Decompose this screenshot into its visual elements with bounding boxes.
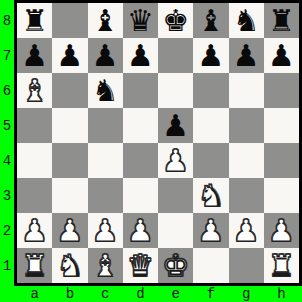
square-e1[interactable]: ♚ (158, 248, 193, 283)
board-frame: ♜♝♛♚♝♞♜♟♟♟♟♟♟♟♝♞♟♟♞♟♟♟♟♟♟♟♜♞♝♛♚♜ (14, 0, 302, 286)
piece-black-pawn-g7: ♟ (233, 41, 260, 71)
piece-white-bishop-c1: ♝ (92, 251, 119, 281)
piece-white-pawn-g2: ♟ (233, 216, 260, 246)
file-label-h: h (264, 286, 299, 302)
square-b4[interactable] (52, 143, 87, 178)
square-d8[interactable]: ♛ (123, 3, 158, 38)
piece-white-knight-b1: ♞ (56, 251, 83, 281)
file-label-c: c (88, 286, 123, 302)
piece-black-bishop-c8: ♝ (92, 6, 119, 36)
file-label-f: f (193, 286, 228, 302)
square-c2[interactable]: ♟ (88, 213, 123, 248)
rank-label-7: 7 (0, 38, 14, 73)
file-label-e: e (158, 286, 193, 302)
square-f6[interactable] (193, 73, 228, 108)
square-a1[interactable]: ♜ (17, 248, 52, 283)
square-g3[interactable] (229, 178, 264, 213)
square-c3[interactable] (88, 178, 123, 213)
piece-white-rook-a1: ♜ (21, 251, 48, 281)
square-d7[interactable]: ♟ (123, 38, 158, 73)
piece-white-pawn-e4: ♟ (162, 146, 189, 176)
square-f1[interactable] (193, 248, 228, 283)
rank-label-1: 1 (0, 248, 14, 283)
file-label-g: g (229, 286, 264, 302)
square-a5[interactable] (17, 108, 52, 143)
piece-white-king-e1: ♚ (162, 251, 189, 281)
piece-white-rook-h1: ♜ (268, 251, 295, 281)
square-g1[interactable] (229, 248, 264, 283)
square-c5[interactable] (88, 108, 123, 143)
square-e7[interactable] (158, 38, 193, 73)
square-h1[interactable]: ♜ (264, 248, 299, 283)
square-a2[interactable]: ♟ (17, 213, 52, 248)
piece-black-pawn-b7: ♟ (56, 41, 83, 71)
square-b1[interactable]: ♞ (52, 248, 87, 283)
square-g4[interactable] (229, 143, 264, 178)
square-b2[interactable]: ♟ (52, 213, 87, 248)
square-g2[interactable]: ♟ (229, 213, 264, 248)
square-h5[interactable] (264, 108, 299, 143)
square-h3[interactable] (264, 178, 299, 213)
rank-label-3: 3 (0, 178, 14, 213)
square-d2[interactable]: ♟ (123, 213, 158, 248)
piece-white-pawn-c2: ♟ (92, 216, 119, 246)
square-f4[interactable] (193, 143, 228, 178)
square-c7[interactable]: ♟ (88, 38, 123, 73)
square-b5[interactable] (52, 108, 87, 143)
square-d3[interactable] (123, 178, 158, 213)
square-d4[interactable] (123, 143, 158, 178)
square-c1[interactable]: ♝ (88, 248, 123, 283)
piece-black-pawn-a7: ♟ (21, 41, 48, 71)
square-a4[interactable] (17, 143, 52, 178)
square-d5[interactable] (123, 108, 158, 143)
square-b3[interactable] (52, 178, 87, 213)
rank-label-4: 4 (0, 143, 14, 178)
square-g6[interactable] (229, 73, 264, 108)
square-g8[interactable]: ♞ (229, 3, 264, 38)
piece-white-pawn-h2: ♟ (268, 216, 295, 246)
chess-board: ♜♝♛♚♝♞♜♟♟♟♟♟♟♟♝♞♟♟♞♟♟♟♟♟♟♟♜♞♝♛♚♜ (17, 3, 299, 283)
square-h7[interactable]: ♟ (264, 38, 299, 73)
square-h4[interactable] (264, 143, 299, 178)
square-e5[interactable]: ♟ (158, 108, 193, 143)
square-f8[interactable]: ♝ (193, 3, 228, 38)
file-labels: abcdefgh (17, 286, 299, 302)
square-f7[interactable]: ♟ (193, 38, 228, 73)
square-e3[interactable] (158, 178, 193, 213)
piece-black-knight-g8: ♞ (233, 6, 260, 36)
piece-white-knight-f3: ♞ (197, 181, 224, 211)
piece-black-knight-c6: ♞ (92, 76, 119, 106)
square-b6[interactable] (52, 73, 87, 108)
piece-black-queen-d8: ♛ (127, 6, 154, 36)
square-b8[interactable] (52, 3, 87, 38)
square-e2[interactable] (158, 213, 193, 248)
square-h8[interactable]: ♜ (264, 3, 299, 38)
rank-label-5: 5 (0, 108, 14, 143)
piece-black-king-e8: ♚ (162, 6, 189, 36)
file-label-b: b (52, 286, 87, 302)
square-a6[interactable]: ♝ (17, 73, 52, 108)
file-label-a: a (17, 286, 52, 302)
square-a3[interactable] (17, 178, 52, 213)
square-g5[interactable] (229, 108, 264, 143)
square-h6[interactable] (264, 73, 299, 108)
piece-black-pawn-f7: ♟ (197, 41, 224, 71)
rank-label-6: 6 (0, 73, 14, 108)
square-f2[interactable]: ♟ (193, 213, 228, 248)
square-h2[interactable]: ♟ (264, 213, 299, 248)
piece-white-bishop-a6: ♝ (21, 76, 48, 106)
square-e4[interactable]: ♟ (158, 143, 193, 178)
rank-labels: 87654321 (0, 3, 14, 283)
square-c8[interactable]: ♝ (88, 3, 123, 38)
piece-white-pawn-b2: ♟ (56, 216, 83, 246)
piece-white-pawn-f2: ♟ (197, 216, 224, 246)
square-e8[interactable]: ♚ (158, 3, 193, 38)
piece-black-rook-h8: ♜ (268, 6, 295, 36)
piece-white-pawn-d2: ♟ (127, 216, 154, 246)
rank-label-8: 8 (0, 3, 14, 38)
square-c4[interactable] (88, 143, 123, 178)
square-f3[interactable]: ♞ (193, 178, 228, 213)
piece-white-queen-d1: ♛ (127, 251, 154, 281)
square-d1[interactable]: ♛ (123, 248, 158, 283)
square-a8[interactable]: ♜ (17, 3, 52, 38)
square-c6[interactable]: ♞ (88, 73, 123, 108)
piece-black-pawn-d7: ♟ (127, 41, 154, 71)
piece-black-pawn-h7: ♟ (268, 41, 295, 71)
piece-black-pawn-c7: ♟ (92, 41, 119, 71)
square-e6[interactable] (158, 73, 193, 108)
square-f5[interactable] (193, 108, 228, 143)
rank-label-2: 2 (0, 213, 14, 248)
square-d6[interactable] (123, 73, 158, 108)
piece-black-pawn-e5: ♟ (162, 111, 189, 141)
piece-black-rook-a8: ♜ (21, 6, 48, 36)
square-g7[interactable]: ♟ (229, 38, 264, 73)
file-label-d: d (123, 286, 158, 302)
square-b7[interactable]: ♟ (52, 38, 87, 73)
square-a7[interactable]: ♟ (17, 38, 52, 73)
piece-black-bishop-f8: ♝ (197, 6, 224, 36)
piece-white-pawn-a2: ♟ (21, 216, 48, 246)
